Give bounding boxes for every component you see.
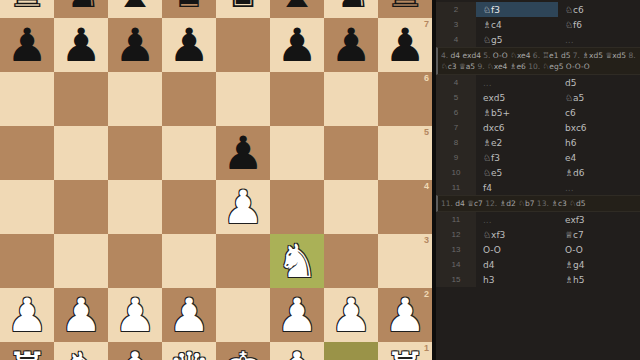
move-row-12: 12♘xf3♕c7: [436, 227, 640, 242]
black-move-cell[interactable]: O-O: [558, 242, 640, 257]
square-c5[interactable]: [108, 126, 162, 180]
square-c4[interactable]: [108, 180, 162, 234]
move-row-15: 15h3♗h5: [436, 272, 640, 287]
variation-line[interactable]: 11. d4 ♕c7 12. ♗d2 ♘b7 13. ♗c3 ♘d5: [436, 195, 640, 212]
square-d3[interactable]: [162, 234, 216, 288]
square-g1[interactable]: [324, 342, 378, 360]
square-g2[interactable]: ♟: [324, 288, 378, 342]
black-pawn[interactable]: ♟: [54, 18, 108, 72]
white-bishop[interactable]: ♝: [108, 342, 162, 360]
variation-moves: d4 ♕c7: [453, 199, 485, 208]
black-pawn[interactable]: ♟: [216, 126, 270, 180]
black-pawn[interactable]: ♟: [162, 18, 216, 72]
white-bishop[interactable]: ♝: [270, 342, 324, 360]
variation-moves: ♗d2 ♘b7: [497, 199, 537, 208]
square-e4[interactable]: ♟: [216, 180, 270, 234]
square-h5[interactable]: 5: [378, 126, 432, 180]
rank-label-7: 7: [424, 19, 429, 29]
move-number: 6: [436, 105, 476, 120]
black-move-cell[interactable]: ♘a5: [558, 90, 640, 105]
white-move-cell[interactable]: O-O: [476, 242, 558, 257]
variation-moves: ♘c3 ♕a5: [441, 62, 477, 71]
black-move-cell[interactable]: ♘c6: [558, 2, 640, 17]
variation-move-number: 10.: [528, 62, 540, 71]
square-f8[interactable]: ♝: [270, 0, 324, 18]
square-a1[interactable]: ♜: [0, 342, 54, 360]
square-e8[interactable]: ♚: [216, 0, 270, 18]
square-f3[interactable]: ♞: [270, 234, 324, 288]
variation-move-number: 13.: [537, 199, 549, 208]
black-pawn[interactable]: ♟: [270, 18, 324, 72]
move-row-9: 9♘f3e4: [436, 150, 640, 165]
move-number: 2: [436, 2, 476, 17]
black-rook[interactable]: ♜: [378, 0, 432, 18]
white-move-cell[interactable]: ♘g5: [476, 32, 558, 47]
variation-move-number: 7.: [573, 51, 580, 60]
move-number: 3: [436, 17, 476, 32]
variation-moves: ♖e1 d5: [540, 51, 573, 60]
square-f1[interactable]: ♝: [270, 342, 324, 360]
square-a3[interactable]: [0, 234, 54, 288]
square-b4[interactable]: [54, 180, 108, 234]
square-a2[interactable]: ♟: [0, 288, 54, 342]
square-f6[interactable]: [270, 72, 324, 126]
black-move-cell[interactable]: ♘f6: [558, 17, 640, 32]
white-queen[interactable]: ♛: [162, 342, 216, 360]
white-move-cell[interactable]: ...: [476, 212, 558, 227]
move-row-8: 8♗e2h6: [436, 135, 640, 150]
white-pawn[interactable]: ♟: [0, 288, 54, 342]
move-row-10: 10♘e5♗d6: [436, 165, 640, 180]
move-list-panel: 2♘f3♘c63♗c4♘f64♘g5...4. d4 exd4 5. O-O ♘…: [436, 0, 640, 360]
square-a6[interactable]: [0, 72, 54, 126]
rank-label-6: 6: [424, 73, 429, 83]
square-c7[interactable]: ♟: [108, 18, 162, 72]
move-row-4: 4...d5: [436, 75, 640, 90]
square-d6[interactable]: [162, 72, 216, 126]
black-bishop[interactable]: ♝: [270, 0, 324, 18]
square-a4[interactable]: [0, 180, 54, 234]
variation-moves: ♘xe4 ♗e6: [485, 62, 529, 71]
move-number: 10: [436, 165, 476, 180]
rank-label-4: 4: [424, 181, 429, 191]
move-row-2: 2♘f3♘c6: [436, 2, 640, 17]
move-number: 14: [436, 257, 476, 272]
variation-move-number: 9.: [477, 62, 484, 71]
variation-moves: O-O ♘xe4: [490, 51, 532, 60]
white-move-cell[interactable]: f4: [476, 180, 558, 195]
black-move-cell[interactable]: e4: [558, 150, 640, 165]
square-c6[interactable]: [108, 72, 162, 126]
black-move-cell[interactable]: c6: [558, 105, 640, 120]
rank-label-1: 1: [424, 343, 429, 353]
square-h3[interactable]: 3: [378, 234, 432, 288]
white-move-cell[interactable]: ♗b5+: [476, 105, 558, 120]
square-f7[interactable]: ♟: [270, 18, 324, 72]
square-d1[interactable]: ♛: [162, 342, 216, 360]
white-pawn[interactable]: ♟: [54, 288, 108, 342]
variation-move-number: 8.: [629, 51, 636, 60]
move-number: 11: [436, 212, 476, 227]
square-g3[interactable]: [324, 234, 378, 288]
white-move-cell[interactable]: d4: [476, 257, 558, 272]
square-h4[interactable]: 4: [378, 180, 432, 234]
black-move-cell[interactable]: ♗g4: [558, 257, 640, 272]
white-move-cell[interactable]: ...: [476, 75, 558, 90]
white-pawn[interactable]: ♟: [162, 288, 216, 342]
square-g7[interactable]: ♟: [324, 18, 378, 72]
square-e6[interactable]: [216, 72, 270, 126]
white-move-cell[interactable]: exd5: [476, 90, 558, 105]
rank-label-2: 2: [424, 289, 429, 299]
square-e1[interactable]: ♚: [216, 342, 270, 360]
variation-move-number: 11.: [441, 199, 453, 208]
white-move-cell[interactable]: dxc6: [476, 120, 558, 135]
square-d7[interactable]: ♟: [162, 18, 216, 72]
move-number: 8: [436, 135, 476, 150]
black-bishop[interactable]: ♝: [108, 0, 162, 18]
black-move-cell[interactable]: ...: [558, 32, 640, 47]
move-number: 13: [436, 242, 476, 257]
move-row-4: 4♘g5...: [436, 32, 640, 47]
white-pawn[interactable]: ♟: [216, 180, 270, 234]
move-number: 4: [436, 75, 476, 90]
black-king[interactable]: ♚: [216, 0, 270, 18]
white-pawn[interactable]: ♟: [108, 288, 162, 342]
square-h1[interactable]: ♜1: [378, 342, 432, 360]
black-knight[interactable]: ♞: [324, 0, 378, 18]
square-f5[interactable]: [270, 126, 324, 180]
square-f4[interactable]: [270, 180, 324, 234]
square-g6[interactable]: [324, 72, 378, 126]
square-f2[interactable]: ♟: [270, 288, 324, 342]
app-window: ♜♞♝♛♚♝♞♜8♟♟♟♟♟♟♟76♟5♟4♞3♟♟♟♟♟♟♟2♜♞♝♛♚♝♜1…: [0, 0, 640, 360]
square-e5[interactable]: ♟: [216, 126, 270, 180]
move-row-3: 3♗c4♘f6: [436, 17, 640, 32]
black-move-cell[interactable]: exf3: [558, 212, 640, 227]
move-number: 9: [436, 150, 476, 165]
square-d8[interactable]: ♛: [162, 0, 216, 18]
square-d5[interactable]: [162, 126, 216, 180]
square-d4[interactable]: [162, 180, 216, 234]
variation-moves: d4 exd4: [448, 51, 483, 60]
white-knight[interactable]: ♞: [54, 342, 108, 360]
move-row-7: 7dxc6bxc6: [436, 120, 640, 135]
black-move-cell[interactable]: bxc6: [558, 120, 640, 135]
white-knight[interactable]: ♞: [270, 234, 324, 288]
black-pawn[interactable]: ♟: [324, 18, 378, 72]
black-move-cell[interactable]: h6: [558, 135, 640, 150]
white-move-cell[interactable]: ♘xf3: [476, 227, 558, 242]
square-c1[interactable]: ♝: [108, 342, 162, 360]
square-h8[interactable]: ♜8: [378, 0, 432, 18]
square-c8[interactable]: ♝: [108, 0, 162, 18]
white-pawn[interactable]: ♟: [324, 288, 378, 342]
move-row-13: 13O-OO-O: [436, 242, 640, 257]
black-pawn[interactable]: ♟: [108, 18, 162, 72]
move-row-11: 11...exf3: [436, 212, 640, 227]
square-b3[interactable]: [54, 234, 108, 288]
square-b5[interactable]: [54, 126, 108, 180]
square-g4[interactable]: [324, 180, 378, 234]
black-move-cell[interactable]: ♗d6: [558, 165, 640, 180]
square-a7[interactable]: ♟: [0, 18, 54, 72]
move-row-11: 11f4...: [436, 180, 640, 195]
white-move-cell[interactable]: ♘e5: [476, 165, 558, 180]
square-b7[interactable]: ♟: [54, 18, 108, 72]
white-rook[interactable]: ♜: [0, 342, 54, 360]
white-king[interactable]: ♚: [216, 342, 270, 360]
square-g5[interactable]: [324, 126, 378, 180]
square-b1[interactable]: ♞: [54, 342, 108, 360]
square-e3[interactable]: [216, 234, 270, 288]
square-h6[interactable]: 6: [378, 72, 432, 126]
black-rook[interactable]: ♜: [0, 0, 54, 18]
move-row-14: 14d4♗g4: [436, 257, 640, 272]
move-number: 7: [436, 120, 476, 135]
square-a5[interactable]: [0, 126, 54, 180]
move-row-5: 5exd5♘a5: [436, 90, 640, 105]
square-e2[interactable]: [216, 288, 270, 342]
square-g8[interactable]: ♞: [324, 0, 378, 18]
chess-board: ♜♞♝♛♚♝♞♜8♟♟♟♟♟♟♟76♟5♟4♞3♟♟♟♟♟♟♟2♜♞♝♛♚♝♜1: [0, 0, 432, 360]
black-queen[interactable]: ♛: [162, 0, 216, 18]
move-number: 15: [436, 272, 476, 287]
move-number: 11: [436, 180, 476, 195]
black-pawn[interactable]: ♟: [0, 18, 54, 72]
black-knight[interactable]: ♞: [54, 0, 108, 18]
square-c3[interactable]: [108, 234, 162, 288]
move-number: 4: [436, 32, 476, 47]
square-c2[interactable]: ♟: [108, 288, 162, 342]
white-move-cell[interactable]: ♘f3: [476, 2, 558, 17]
square-b8[interactable]: ♞: [54, 0, 108, 18]
black-move-cell[interactable]: ...: [558, 180, 640, 195]
square-e7[interactable]: [216, 18, 270, 72]
square-h7[interactable]: ♟7: [378, 18, 432, 72]
variation-moves: ♘eg5 O-O-O: [540, 62, 590, 71]
variation-line[interactable]: 4. d4 exd4 5. O-O ♘xe4 6. ♖e1 d5 7. ♗xd5…: [436, 47, 640, 75]
variation-moves: ♗xd5 ♕xd5: [580, 51, 629, 60]
square-d2[interactable]: ♟: [162, 288, 216, 342]
move-number: 5: [436, 90, 476, 105]
rank-label-5: 5: [424, 127, 429, 137]
square-h2[interactable]: ♟2: [378, 288, 432, 342]
white-move-cell[interactable]: ♗e2: [476, 135, 558, 150]
variation-move-number: 6.: [533, 51, 540, 60]
white-move-cell[interactable]: ♗c4: [476, 17, 558, 32]
white-pawn[interactable]: ♟: [270, 288, 324, 342]
black-move-cell[interactable]: ♗h5: [558, 272, 640, 287]
square-b6[interactable]: [54, 72, 108, 126]
variation-moves: ♗c3 ♘d5: [549, 199, 586, 208]
black-move-cell[interactable]: d5: [558, 75, 640, 90]
variation-move-number: 12.: [485, 199, 497, 208]
black-move-cell[interactable]: ♕c7: [558, 227, 640, 242]
rank-label-3: 3: [424, 235, 429, 245]
square-a8[interactable]: ♜: [0, 0, 54, 18]
white-move-cell[interactable]: ♘f3: [476, 150, 558, 165]
move-row-6: 6♗b5+c6: [436, 105, 640, 120]
white-move-cell[interactable]: h3: [476, 272, 558, 287]
move-number: 12: [436, 227, 476, 242]
square-b2[interactable]: ♟: [54, 288, 108, 342]
